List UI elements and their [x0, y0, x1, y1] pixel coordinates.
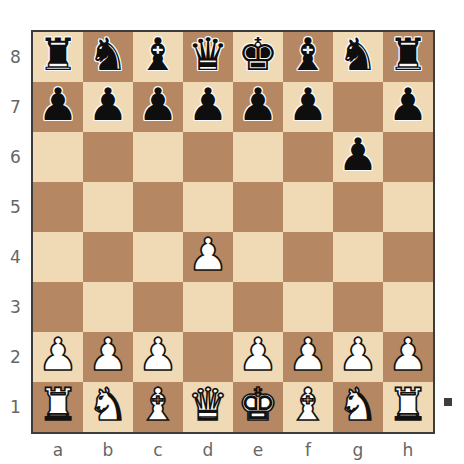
white-rook-h1[interactable]: ♜ — [388, 380, 428, 430]
square-c4[interactable] — [133, 232, 183, 282]
black-pawn-g6[interactable]: ♟ — [338, 130, 378, 180]
square-f5[interactable] — [283, 182, 333, 232]
white-king-e1[interactable]: ♚ — [238, 380, 278, 430]
white-pawn-f2[interactable]: ♟ — [288, 330, 328, 380]
black-pawn-c7[interactable]: ♟ — [138, 80, 178, 130]
square-a3[interactable] — [33, 282, 83, 332]
square-h4[interactable] — [383, 232, 433, 282]
square-f6[interactable] — [283, 132, 333, 182]
white-pawn-g2[interactable]: ♟ — [338, 330, 378, 380]
square-a6[interactable] — [33, 132, 83, 182]
square-f1[interactable]: ♝ — [283, 382, 333, 432]
chess-board[interactable]: ♜♞♝♛♚♝♞♜♟♟♟♟♟♟♟♟♟♟♟♟♟♟♟♟♜♞♝♛♚♝♞♜ — [31, 30, 435, 434]
white-rook-a1[interactable]: ♜ — [38, 380, 78, 430]
square-g7[interactable] — [333, 82, 383, 132]
rank-label-7: 7 — [0, 82, 31, 132]
white-knight-g1[interactable]: ♞ — [338, 380, 378, 430]
square-f2[interactable]: ♟ — [283, 332, 333, 382]
square-e5[interactable] — [233, 182, 283, 232]
square-d2[interactable] — [183, 332, 233, 382]
square-e4[interactable] — [233, 232, 283, 282]
white-bishop-c1[interactable]: ♝ — [138, 380, 178, 430]
square-c6[interactable] — [133, 132, 183, 182]
square-a8[interactable]: ♜ — [33, 32, 83, 82]
chess-board-page: 87654321 ♜♞♝♛♚♝♞♜♟♟♟♟♟♟♟♟♟♟♟♟♟♟♟♟♜♞♝♛♚♝♞… — [0, 0, 464, 464]
rank-label-4: 4 — [0, 232, 31, 282]
white-pawn-d4[interactable]: ♟ — [188, 230, 228, 280]
square-g2[interactable]: ♟ — [333, 332, 383, 382]
file-labels: abcdefgh — [33, 437, 433, 463]
file-label-h: h — [383, 437, 433, 463]
white-pawn-b2[interactable]: ♟ — [88, 330, 128, 380]
rank-label-1: 1 — [0, 382, 31, 432]
square-b8[interactable]: ♞ — [83, 32, 133, 82]
square-h3[interactable] — [383, 282, 433, 332]
white-knight-b1[interactable]: ♞ — [88, 380, 128, 430]
square-h1[interactable]: ♜ — [383, 382, 433, 432]
square-g5[interactable] — [333, 182, 383, 232]
rank-label-3: 3 — [0, 282, 31, 332]
rank-label-6: 6 — [0, 132, 31, 182]
white-pawn-a2[interactable]: ♟ — [38, 330, 78, 380]
square-a5[interactable] — [33, 182, 83, 232]
black-bishop-c8[interactable]: ♝ — [138, 30, 178, 80]
file-label-a: a — [33, 437, 83, 463]
square-c2[interactable]: ♟ — [133, 332, 183, 382]
black-pawn-f7[interactable]: ♟ — [288, 80, 328, 130]
black-rook-h8[interactable]: ♜ — [388, 30, 428, 80]
square-e6[interactable] — [233, 132, 283, 182]
square-b5[interactable] — [83, 182, 133, 232]
square-a2[interactable]: ♟ — [33, 332, 83, 382]
square-g6[interactable]: ♟ — [333, 132, 383, 182]
rank-label-8: 8 — [0, 32, 31, 82]
rank-labels: 87654321 — [0, 32, 31, 432]
square-a1[interactable]: ♜ — [33, 382, 83, 432]
rank-label-2: 2 — [0, 332, 31, 382]
square-d5[interactable] — [183, 182, 233, 232]
black-knight-b8[interactable]: ♞ — [88, 30, 128, 80]
square-h6[interactable] — [383, 132, 433, 182]
square-d1[interactable]: ♛ — [183, 382, 233, 432]
square-g3[interactable] — [333, 282, 383, 332]
square-c5[interactable] — [133, 182, 183, 232]
square-e2[interactable]: ♟ — [233, 332, 283, 382]
square-e8[interactable]: ♚ — [233, 32, 283, 82]
square-c8[interactable]: ♝ — [133, 32, 183, 82]
square-c3[interactable] — [133, 282, 183, 332]
square-e1[interactable]: ♚ — [233, 382, 283, 432]
square-g4[interactable] — [333, 232, 383, 282]
white-queen-d1[interactable]: ♛ — [188, 380, 228, 430]
square-g8[interactable]: ♞ — [333, 32, 383, 82]
black-knight-g8[interactable]: ♞ — [338, 30, 378, 80]
black-pawn-a7[interactable]: ♟ — [38, 80, 78, 130]
black-rook-a8[interactable]: ♜ — [38, 30, 78, 80]
square-h2[interactable]: ♟ — [383, 332, 433, 382]
square-f4[interactable] — [283, 232, 333, 282]
square-c1[interactable]: ♝ — [133, 382, 183, 432]
square-f3[interactable] — [283, 282, 333, 332]
square-f8[interactable]: ♝ — [283, 32, 333, 82]
square-d6[interactable] — [183, 132, 233, 182]
square-e7[interactable]: ♟ — [233, 82, 283, 132]
square-b6[interactable] — [83, 132, 133, 182]
white-bishop-f1[interactable]: ♝ — [288, 380, 328, 430]
square-b3[interactable] — [83, 282, 133, 332]
white-pawn-e2[interactable]: ♟ — [238, 330, 278, 380]
square-b2[interactable]: ♟ — [83, 332, 133, 382]
square-c7[interactable]: ♟ — [133, 82, 183, 132]
square-h7[interactable]: ♟ — [383, 82, 433, 132]
file-label-c: c — [133, 437, 183, 463]
square-b1[interactable]: ♞ — [83, 382, 133, 432]
black-pawn-b7[interactable]: ♟ — [88, 80, 128, 130]
square-a7[interactable]: ♟ — [33, 82, 83, 132]
square-h5[interactable] — [383, 182, 433, 232]
file-label-d: d — [183, 437, 233, 463]
black-queen-d8[interactable]: ♛ — [188, 30, 228, 80]
square-b4[interactable] — [83, 232, 133, 282]
file-label-b: b — [83, 437, 133, 463]
white-pawn-h2[interactable]: ♟ — [388, 330, 428, 380]
square-h8[interactable]: ♜ — [383, 32, 433, 82]
square-d4[interactable]: ♟ — [183, 232, 233, 282]
black-pawn-e7[interactable]: ♟ — [238, 80, 278, 130]
black-pawn-h7[interactable]: ♟ — [388, 80, 428, 130]
square-d8[interactable]: ♛ — [183, 32, 233, 82]
file-label-e: e — [233, 437, 283, 463]
square-g1[interactable]: ♞ — [333, 382, 383, 432]
black-king-e8[interactable]: ♚ — [238, 30, 278, 80]
square-d3[interactable] — [183, 282, 233, 332]
black-bishop-f8[interactable]: ♝ — [288, 30, 328, 80]
square-f7[interactable]: ♟ — [283, 82, 333, 132]
black-pawn-d7[interactable]: ♟ — [188, 80, 228, 130]
file-label-g: g — [333, 437, 383, 463]
file-label-f: f — [283, 437, 333, 463]
square-e3[interactable] — [233, 282, 283, 332]
side-to-move-indicator — [444, 398, 452, 406]
square-b7[interactable]: ♟ — [83, 82, 133, 132]
square-d7[interactable]: ♟ — [183, 82, 233, 132]
square-a4[interactable] — [33, 232, 83, 282]
rank-label-5: 5 — [0, 182, 31, 232]
white-pawn-c2[interactable]: ♟ — [138, 330, 178, 380]
